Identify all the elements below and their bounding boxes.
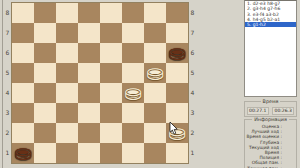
board-square-c7[interactable] <box>56 23 78 43</box>
board-square-a4[interactable] <box>12 83 34 103</box>
board-square-e5[interactable] <box>100 63 122 83</box>
white-man-g5[interactable]: ⛂ <box>144 63 166 83</box>
board-square-a6[interactable] <box>12 43 34 63</box>
board-square-h5[interactable] <box>166 63 188 83</box>
rank-label: 7 <box>4 23 11 43</box>
time-panel: Время 00:27.1 00:26.3 <box>244 101 297 117</box>
board-square-b3[interactable] <box>34 103 56 123</box>
board-square-c8[interactable] <box>56 3 78 23</box>
board-square-f6[interactable] <box>122 43 144 63</box>
checkers-app-window: 87654321 ⛂⛂⛂⛂⛂ 87654321 1. d2-e3 h8-g72.… <box>0 0 300 168</box>
black-man-a1[interactable]: ⛂ <box>12 143 34 163</box>
board-square-e1[interactable] <box>100 143 122 163</box>
board-square-b4[interactable] <box>34 83 56 103</box>
board-square-g4[interactable] <box>144 83 166 103</box>
board-square-a8[interactable] <box>12 3 34 23</box>
board-square-g2[interactable] <box>144 123 166 143</box>
board-square-a1[interactable]: ⛂ <box>12 143 34 163</box>
board-square-a2[interactable] <box>12 123 34 143</box>
rank-label: 6 <box>189 43 196 63</box>
board-square-d4[interactable] <box>78 83 100 103</box>
board-square-d3[interactable] <box>78 103 100 123</box>
board-square-e8[interactable] <box>100 3 122 23</box>
board-square-e2[interactable] <box>100 123 122 143</box>
board-square-a5[interactable] <box>12 63 34 83</box>
board-square-f1[interactable] <box>122 143 144 163</box>
board-square-b2[interactable] <box>34 123 56 143</box>
board-square-h3[interactable] <box>166 103 188 123</box>
board-square-c3[interactable] <box>56 103 78 123</box>
board-square-f3[interactable] <box>122 103 144 123</box>
rank-label: 8 <box>4 3 11 23</box>
rank-label: 8 <box>189 3 196 23</box>
info-rows: Оценка :Лучший ход :Время оценки :Глубин… <box>245 124 296 168</box>
rank-label: 4 <box>189 83 196 103</box>
time-panel-title: Время <box>245 99 296 104</box>
board-square-g6[interactable] <box>144 43 166 63</box>
mouse-cursor-icon <box>169 122 178 135</box>
board-square-c4[interactable] <box>56 83 78 103</box>
board-square-e7[interactable] <box>100 23 122 43</box>
rank-labels-left: 87654321 <box>4 3 11 163</box>
move-list[interactable]: 1. d2-e3 h8-g72. g3-h4 g7-h63. e3-f4 a3-… <box>244 0 297 97</box>
board-square-d7[interactable] <box>78 23 100 43</box>
rank-label: 5 <box>189 63 196 83</box>
board-square-g3[interactable] <box>144 103 166 123</box>
black-man-h6[interactable]: ⛂ <box>166 43 188 63</box>
info-row-label: Текущая пам. : <box>245 166 282 168</box>
board-square-c6[interactable] <box>56 43 78 63</box>
black-clock: 00:26.3 <box>272 107 294 115</box>
panel-divider <box>2 0 3 168</box>
info-row-label: Время оценки : <box>245 134 282 139</box>
board-square-h4[interactable] <box>166 83 188 103</box>
board-square-d6[interactable] <box>78 43 100 63</box>
board-square-e3[interactable] <box>100 103 122 123</box>
board-square-a3[interactable] <box>12 103 34 123</box>
rank-label: 3 <box>189 103 196 123</box>
rank-labels-right: 87654321 <box>189 3 196 163</box>
board-square-h8[interactable] <box>166 3 188 23</box>
board-square-f5[interactable] <box>122 63 144 83</box>
board-square-d2[interactable] <box>78 123 100 143</box>
rank-label: 4 <box>4 83 11 103</box>
board-square-g5[interactable]: ⛂ <box>144 63 166 83</box>
white-clock: 00:27.1 <box>247 107 269 115</box>
rank-label: 3 <box>4 103 11 123</box>
rank-label: 5 <box>4 63 11 83</box>
rank-label: 2 <box>4 123 11 143</box>
info-panel-title: Информация <box>245 117 296 122</box>
board-square-b7[interactable] <box>34 23 56 43</box>
rank-label: 1 <box>189 143 196 163</box>
board-square-g8[interactable] <box>144 3 166 23</box>
board-square-f4[interactable]: ⛂ <box>122 83 144 103</box>
info-panel: Информация Оценка :Лучший ход :Время оце… <box>244 119 297 168</box>
board-square-e4[interactable] <box>100 83 122 103</box>
board-square-c5[interactable] <box>56 63 78 83</box>
checkers-board[interactable]: ⛂⛂⛂⛂⛂ <box>12 3 188 163</box>
board-square-h6[interactable]: ⛂ <box>166 43 188 63</box>
board-square-b5[interactable] <box>34 63 56 83</box>
board-square-f8[interactable] <box>122 3 144 23</box>
board-square-d8[interactable] <box>78 3 100 23</box>
board-square-h1[interactable] <box>166 143 188 163</box>
rank-label: 7 <box>189 23 196 43</box>
board-square-g7[interactable] <box>144 23 166 43</box>
board-square-f2[interactable] <box>122 123 144 143</box>
board-square-e6[interactable] <box>100 43 122 63</box>
board-square-f7[interactable] <box>122 23 144 43</box>
board-square-d1[interactable] <box>78 143 100 163</box>
board-square-b1[interactable] <box>34 143 56 163</box>
rank-label: 1 <box>4 143 11 163</box>
board-square-b6[interactable] <box>34 43 56 63</box>
board-square-a7[interactable] <box>12 23 34 43</box>
move-list-row[interactable]: 5. g1-h2 <box>245 22 296 27</box>
rank-label: 2 <box>189 123 196 143</box>
board-square-d5[interactable] <box>78 63 100 83</box>
board-square-c1[interactable] <box>56 143 78 163</box>
board-square-b8[interactable] <box>34 3 56 23</box>
board-square-c2[interactable] <box>56 123 78 143</box>
board-square-h7[interactable] <box>166 23 188 43</box>
board-square-g1[interactable] <box>144 143 166 163</box>
white-man-f4[interactable]: ⛂ <box>122 83 144 103</box>
rank-label: 6 <box>4 43 11 63</box>
